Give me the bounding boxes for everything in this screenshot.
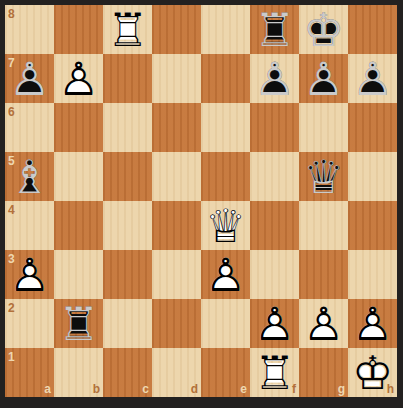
rank-label: 6: [8, 105, 15, 119]
square-f4[interactable]: [250, 201, 299, 250]
square-e2[interactable]: [201, 299, 250, 348]
file-label: b: [93, 382, 100, 396]
black-rook[interactable]: ♜♖: [250, 5, 299, 54]
square-d3[interactable]: [152, 250, 201, 299]
square-b2[interactable]: ♜♖: [54, 299, 103, 348]
square-d5[interactable]: [152, 152, 201, 201]
square-g6[interactable]: [299, 103, 348, 152]
square-e5[interactable]: [201, 152, 250, 201]
square-c4[interactable]: [103, 201, 152, 250]
square-b8[interactable]: [54, 5, 103, 54]
square-f5[interactable]: [250, 152, 299, 201]
black-rook[interactable]: ♜♖: [54, 299, 103, 348]
square-f3[interactable]: [250, 250, 299, 299]
piece-outline-glyph: ♗: [5, 152, 54, 201]
square-e4[interactable]: ♛♕: [201, 201, 250, 250]
square-g5[interactable]: ♛♕: [299, 152, 348, 201]
piece-outline-glyph: ♙: [250, 299, 299, 348]
piece-outline-glyph: ♔: [348, 348, 397, 397]
square-c6[interactable]: [103, 103, 152, 152]
square-e1[interactable]: e: [201, 348, 250, 397]
black-queen[interactable]: ♛♕: [299, 152, 348, 201]
piece-outline-glyph: ♖: [103, 5, 152, 54]
square-a2[interactable]: 2: [5, 299, 54, 348]
square-a6[interactable]: 6: [5, 103, 54, 152]
square-e3[interactable]: ♟♙: [201, 250, 250, 299]
square-g8[interactable]: ♚♔: [299, 5, 348, 54]
white-pawn[interactable]: ♟♙: [54, 54, 103, 103]
square-c5[interactable]: [103, 152, 152, 201]
chess-board: 8♜♖♜♖♚♔7♟♙♟♙♟♙♟♙♟♙65♝♗♛♕4♛♕3♟♙♟♙2♜♖♟♙♟♙♟…: [5, 5, 397, 397]
white-pawn[interactable]: ♟♙: [348, 299, 397, 348]
square-b5[interactable]: [54, 152, 103, 201]
square-a4[interactable]: 4: [5, 201, 54, 250]
square-c2[interactable]: [103, 299, 152, 348]
square-g7[interactable]: ♟♙: [299, 54, 348, 103]
square-a5[interactable]: 5♝♗: [5, 152, 54, 201]
square-h7[interactable]: ♟♙: [348, 54, 397, 103]
square-h5[interactable]: [348, 152, 397, 201]
black-pawn[interactable]: ♟♙: [299, 54, 348, 103]
white-pawn[interactable]: ♟♙: [299, 299, 348, 348]
piece-outline-glyph: ♙: [348, 299, 397, 348]
square-e7[interactable]: [201, 54, 250, 103]
file-label: e: [240, 382, 247, 396]
file-label: d: [191, 382, 198, 396]
square-d4[interactable]: [152, 201, 201, 250]
rank-label: 4: [8, 203, 15, 217]
square-h8[interactable]: [348, 5, 397, 54]
white-pawn[interactable]: ♟♙: [201, 250, 250, 299]
square-f1[interactable]: f♜♖: [250, 348, 299, 397]
rank-label: 1: [8, 350, 15, 364]
white-pawn[interactable]: ♟♙: [250, 299, 299, 348]
square-d6[interactable]: [152, 103, 201, 152]
white-king[interactable]: ♚♔: [348, 348, 397, 397]
piece-outline-glyph: ♕: [299, 152, 348, 201]
square-h2[interactable]: ♟♙: [348, 299, 397, 348]
square-c8[interactable]: ♜♖: [103, 5, 152, 54]
file-label: a: [44, 382, 51, 396]
piece-outline-glyph: ♖: [250, 5, 299, 54]
square-h4[interactable]: [348, 201, 397, 250]
square-g2[interactable]: ♟♙: [299, 299, 348, 348]
piece-outline-glyph: ♙: [5, 250, 54, 299]
square-h6[interactable]: [348, 103, 397, 152]
rank-label: 2: [8, 301, 15, 315]
black-bishop[interactable]: ♝♗: [5, 152, 54, 201]
white-rook[interactable]: ♜♖: [250, 348, 299, 397]
square-d8[interactable]: [152, 5, 201, 54]
white-rook[interactable]: ♜♖: [103, 5, 152, 54]
square-a3[interactable]: 3♟♙: [5, 250, 54, 299]
square-b3[interactable]: [54, 250, 103, 299]
square-b7[interactable]: ♟♙: [54, 54, 103, 103]
black-king[interactable]: ♚♔: [299, 5, 348, 54]
square-h1[interactable]: h♚♔: [348, 348, 397, 397]
piece-outline-glyph: ♙: [54, 54, 103, 103]
square-b1[interactable]: b: [54, 348, 103, 397]
rank-label: 8: [8, 7, 15, 21]
square-g1[interactable]: g: [299, 348, 348, 397]
piece-outline-glyph: ♔: [299, 5, 348, 54]
piece-outline-glyph: ♖: [250, 348, 299, 397]
square-d7[interactable]: [152, 54, 201, 103]
black-pawn[interactable]: ♟♙: [5, 54, 54, 103]
square-c1[interactable]: c: [103, 348, 152, 397]
square-a8[interactable]: 8: [5, 5, 54, 54]
black-pawn[interactable]: ♟♙: [348, 54, 397, 103]
square-c7[interactable]: [103, 54, 152, 103]
white-queen[interactable]: ♛♕: [201, 201, 250, 250]
square-f8[interactable]: ♜♖: [250, 5, 299, 54]
square-d2[interactable]: [152, 299, 201, 348]
black-pawn[interactable]: ♟♙: [250, 54, 299, 103]
file-label: c: [142, 382, 149, 396]
square-b4[interactable]: [54, 201, 103, 250]
file-label: g: [338, 382, 345, 396]
piece-outline-glyph: ♙: [299, 299, 348, 348]
square-c3[interactable]: [103, 250, 152, 299]
piece-outline-glyph: ♙: [5, 54, 54, 103]
square-d1[interactable]: d: [152, 348, 201, 397]
square-a7[interactable]: 7♟♙: [5, 54, 54, 103]
piece-outline-glyph: ♖: [54, 299, 103, 348]
square-f2[interactable]: ♟♙: [250, 299, 299, 348]
square-g3[interactable]: [299, 250, 348, 299]
square-g4[interactable]: [299, 201, 348, 250]
square-f6[interactable]: [250, 103, 299, 152]
piece-outline-glyph: ♕: [201, 201, 250, 250]
square-e6[interactable]: [201, 103, 250, 152]
square-h3[interactable]: [348, 250, 397, 299]
piece-outline-glyph: ♙: [299, 54, 348, 103]
piece-outline-glyph: ♙: [348, 54, 397, 103]
square-a1[interactable]: 1a: [5, 348, 54, 397]
piece-outline-glyph: ♙: [250, 54, 299, 103]
square-f7[interactable]: ♟♙: [250, 54, 299, 103]
piece-outline-glyph: ♙: [201, 250, 250, 299]
white-pawn[interactable]: ♟♙: [5, 250, 54, 299]
square-b6[interactable]: [54, 103, 103, 152]
square-e8[interactable]: [201, 5, 250, 54]
board-frame: 8♜♖♜♖♚♔7♟♙♟♙♟♙♟♙♟♙65♝♗♛♕4♛♕3♟♙♟♙2♜♖♟♙♟♙♟…: [0, 0, 403, 408]
